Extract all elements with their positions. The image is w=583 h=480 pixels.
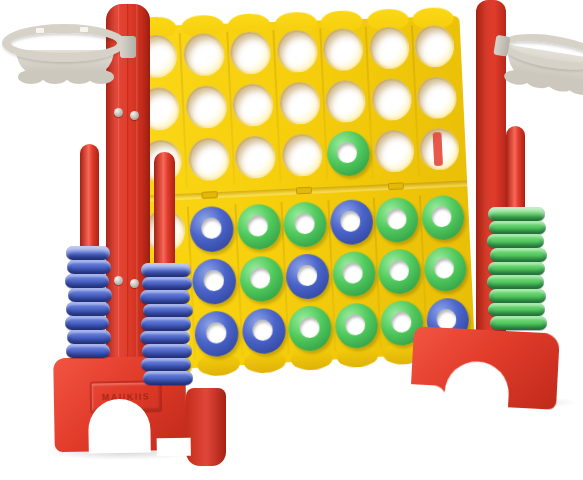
blue-ring	[141, 263, 191, 277]
tray-bracket	[120, 36, 136, 58]
empty-hole-r3c2	[187, 137, 229, 181]
green-ring	[487, 275, 544, 289]
blue-disc-r4c2	[189, 205, 235, 252]
empty-hole-r1c4	[276, 30, 318, 73]
green-disc-r4c3	[236, 203, 281, 250]
green-ring-stack	[488, 207, 545, 330]
empty-hole-r1c2	[182, 33, 224, 77]
blue-ring	[141, 317, 191, 331]
green-ring	[488, 262, 545, 276]
green-disc-r5c5	[331, 250, 376, 297]
screw-icon	[114, 276, 123, 285]
tray-scallop	[566, 79, 583, 97]
tray-scallop	[18, 70, 44, 84]
empty-hole-r1c3	[229, 31, 271, 75]
green-ring	[490, 316, 547, 330]
storage-pole-right	[506, 126, 525, 214]
hinge-latch	[387, 182, 403, 190]
blue-ring	[68, 288, 112, 302]
empty-hole-r2c2	[185, 85, 227, 129]
green-disc-r5c7	[423, 245, 467, 292]
empty-hole-r1c6	[368, 26, 409, 69]
empty-hole-r3c4	[281, 133, 323, 177]
blue-ring	[140, 290, 190, 304]
brand-emboss: MAUKIIS	[90, 380, 163, 413]
empty-hole-r3c3	[234, 135, 276, 179]
blue-disc-r6c2	[194, 309, 240, 357]
storage-pole-left-inner	[154, 152, 175, 270]
empty-hole-r3c7	[419, 127, 460, 170]
blue-ring	[67, 260, 111, 274]
tray-scallop	[88, 70, 114, 84]
hinge-latch	[295, 187, 311, 195]
blue-ring	[66, 302, 110, 316]
green-disc-r4c6	[375, 196, 419, 243]
empty-hole-r1c5	[322, 28, 364, 71]
right-hoop-tray	[492, 18, 583, 118]
empty-hole-r3c6	[373, 129, 414, 172]
empty-hole-r2c5	[325, 80, 367, 123]
screw-icon	[114, 108, 123, 117]
blue-ring	[140, 331, 190, 345]
green-ring	[489, 289, 546, 303]
green-disc-r6c5	[334, 302, 379, 349]
right-foot-base	[410, 326, 560, 410]
blue-ring	[142, 344, 192, 358]
blue-ring	[67, 330, 111, 344]
left-hoop-tray	[2, 20, 136, 86]
blue-ring	[65, 274, 109, 288]
blue-disc-r5c2	[191, 257, 237, 305]
blue-ring	[143, 371, 193, 385]
green-disc-r3c5	[326, 130, 371, 177]
green-disc-r4c7	[420, 194, 464, 241]
blue-disc-r6c3	[241, 307, 286, 355]
hinge-latch	[201, 191, 218, 199]
green-ring	[490, 248, 547, 262]
green-ring	[488, 207, 545, 221]
storage-pole-left-outer	[80, 144, 99, 254]
product-photo-stage: MAUKIIS	[0, 0, 583, 480]
empty-hole-r2c4	[278, 81, 320, 125]
blue-ring-stack-outer	[66, 246, 110, 358]
empty-hole-r2c6	[371, 78, 412, 121]
blue-ring	[66, 344, 110, 358]
empty-hole-r2c3	[232, 83, 274, 127]
tray-scallop	[42, 70, 68, 84]
green-ring	[487, 234, 544, 248]
blue-ring	[141, 358, 191, 372]
empty-hole-r2c7	[416, 76, 457, 119]
rim-slot	[80, 27, 88, 32]
tray-rim	[2, 24, 126, 62]
empty-hole-r1c7	[414, 25, 455, 68]
blue-ring	[142, 277, 192, 291]
screw-icon	[130, 279, 139, 288]
green-ring	[488, 303, 545, 317]
blue-ring	[66, 246, 110, 260]
blue-disc-r4c5	[329, 198, 374, 245]
blue-ring	[65, 316, 109, 330]
green-disc-r4c4	[283, 201, 328, 248]
green-disc-r5c6	[377, 248, 421, 295]
green-ring	[489, 221, 546, 235]
blue-ring-stack-inner	[141, 263, 191, 385]
green-disc-r6c4	[287, 304, 332, 351]
rear-leg	[186, 388, 226, 466]
rim-slot	[36, 28, 44, 33]
blue-disc-r5c4	[285, 252, 330, 299]
screw-icon	[130, 111, 139, 120]
green-disc-r5c3	[238, 255, 283, 302]
blue-ring	[143, 304, 193, 318]
